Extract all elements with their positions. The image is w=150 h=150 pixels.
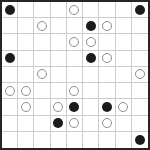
cell-r1c5[interactable] <box>67 2 83 18</box>
cell-r7c7[interactable] <box>99 99 115 115</box>
cell-r2c1[interactable] <box>2 18 18 34</box>
black-pearl-icon <box>86 21 96 31</box>
cell-r3c8[interactable] <box>116 34 132 50</box>
cell-r5c6[interactable] <box>83 67 99 83</box>
cell-r8c5[interactable] <box>67 116 83 132</box>
white-pearl-icon <box>37 21 47 31</box>
cell-r2c6[interactable] <box>83 18 99 34</box>
cell-r8c2[interactable] <box>18 116 34 132</box>
cell-r3c2[interactable] <box>18 34 34 50</box>
cell-r2c2[interactable] <box>18 18 34 34</box>
cell-r7c6[interactable] <box>83 99 99 115</box>
cell-r6c4[interactable] <box>51 83 67 99</box>
cell-r5c9[interactable] <box>132 67 148 83</box>
cell-r7c9[interactable] <box>132 99 148 115</box>
cell-r5c7[interactable] <box>99 67 115 83</box>
cell-r3c4[interactable] <box>51 34 67 50</box>
cell-r9c1[interactable] <box>2 132 18 148</box>
cell-r4c9[interactable] <box>132 51 148 67</box>
cell-r2c3[interactable] <box>34 18 50 34</box>
cell-r9c3[interactable] <box>34 132 50 148</box>
cell-r1c6[interactable] <box>83 2 99 18</box>
white-pearl-icon <box>21 102 31 112</box>
cell-r8c6[interactable] <box>83 116 99 132</box>
cell-r4c6[interactable] <box>83 51 99 67</box>
white-pearl-icon <box>69 37 79 47</box>
cell-r3c1[interactable] <box>2 34 18 50</box>
white-pearl-icon <box>69 5 79 15</box>
white-pearl-icon <box>69 86 79 96</box>
cell-r5c5[interactable] <box>67 67 83 83</box>
black-pearl-icon <box>69 102 79 112</box>
black-pearl-icon <box>135 5 145 15</box>
white-pearl-icon <box>5 86 15 96</box>
cell-r6c6[interactable] <box>83 83 99 99</box>
white-pearl-icon <box>118 102 128 112</box>
cell-r1c7[interactable] <box>99 2 115 18</box>
cell-r9c5[interactable] <box>67 132 83 148</box>
cell-r6c2[interactable] <box>18 83 34 99</box>
white-pearl-icon <box>135 69 145 79</box>
cell-r9c7[interactable] <box>99 132 115 148</box>
cell-r6c1[interactable] <box>2 83 18 99</box>
cell-r3c6[interactable] <box>83 34 99 50</box>
cell-r4c5[interactable] <box>67 51 83 67</box>
cell-r4c3[interactable] <box>34 51 50 67</box>
cell-r5c3[interactable] <box>34 67 50 83</box>
cell-r2c7[interactable] <box>99 18 115 34</box>
white-pearl-icon <box>37 69 47 79</box>
cell-r9c2[interactable] <box>18 132 34 148</box>
masyu-board <box>0 0 150 150</box>
white-pearl-icon <box>102 21 112 31</box>
cell-r9c8[interactable] <box>116 132 132 148</box>
cell-r7c8[interactable] <box>116 99 132 115</box>
cell-r2c9[interactable] <box>132 18 148 34</box>
cell-r4c4[interactable] <box>51 51 67 67</box>
cell-r3c5[interactable] <box>67 34 83 50</box>
white-pearl-icon <box>21 86 31 96</box>
cell-r5c1[interactable] <box>2 67 18 83</box>
cell-r3c7[interactable] <box>99 34 115 50</box>
cell-r1c3[interactable] <box>34 2 50 18</box>
black-pearl-icon <box>53 118 63 128</box>
cell-r4c1[interactable] <box>2 51 18 67</box>
black-pearl-icon <box>86 53 96 63</box>
cell-r6c8[interactable] <box>116 83 132 99</box>
cell-r1c8[interactable] <box>116 2 132 18</box>
cell-r6c9[interactable] <box>132 83 148 99</box>
cell-r4c8[interactable] <box>116 51 132 67</box>
cell-r7c2[interactable] <box>18 99 34 115</box>
cell-r4c2[interactable] <box>18 51 34 67</box>
cell-r8c8[interactable] <box>116 116 132 132</box>
cell-r5c2[interactable] <box>18 67 34 83</box>
cell-r8c4[interactable] <box>51 116 67 132</box>
cell-r8c9[interactable] <box>132 116 148 132</box>
cell-r1c2[interactable] <box>18 2 34 18</box>
cell-r8c3[interactable] <box>34 116 50 132</box>
cell-r8c1[interactable] <box>2 116 18 132</box>
cell-r5c8[interactable] <box>116 67 132 83</box>
cell-r1c9[interactable] <box>132 2 148 18</box>
black-pearl-icon <box>102 102 112 112</box>
white-pearl-icon <box>102 118 112 128</box>
cell-r2c4[interactable] <box>51 18 67 34</box>
cell-r4c7[interactable] <box>99 51 115 67</box>
cell-r6c7[interactable] <box>99 83 115 99</box>
cell-r9c4[interactable] <box>51 132 67 148</box>
cell-r6c3[interactable] <box>34 83 50 99</box>
cell-r9c6[interactable] <box>83 132 99 148</box>
cell-r1c4[interactable] <box>51 2 67 18</box>
black-pearl-icon <box>5 53 15 63</box>
cell-r1c1[interactable] <box>2 2 18 18</box>
cell-r8c7[interactable] <box>99 116 115 132</box>
black-pearl-icon <box>135 135 145 145</box>
white-pearl-icon <box>69 118 79 128</box>
cell-r2c8[interactable] <box>116 18 132 34</box>
cell-r9c9[interactable] <box>132 132 148 148</box>
cell-r7c1[interactable] <box>2 99 18 115</box>
cell-r2c5[interactable] <box>67 18 83 34</box>
white-pearl-icon <box>53 102 63 112</box>
black-pearl-icon <box>5 5 15 15</box>
cell-r3c9[interactable] <box>132 34 148 50</box>
cell-r7c5[interactable] <box>67 99 83 115</box>
cell-r3c3[interactable] <box>34 34 50 50</box>
cell-r7c4[interactable] <box>51 99 67 115</box>
cell-r5c4[interactable] <box>51 67 67 83</box>
white-pearl-icon <box>86 37 96 47</box>
white-pearl-icon <box>102 53 112 63</box>
cell-r6c5[interactable] <box>67 83 83 99</box>
cell-r7c3[interactable] <box>34 99 50 115</box>
